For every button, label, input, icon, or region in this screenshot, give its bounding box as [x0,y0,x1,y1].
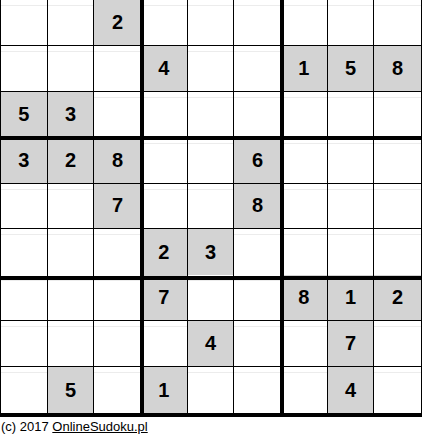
cell-r3c6[interactable] [234,92,281,138]
cell-r8c5: 4 [188,321,235,367]
cell-r6c6[interactable] [234,229,281,275]
cell-r4c4[interactable] [141,138,188,184]
cell-r6c3[interactable] [94,229,141,275]
cell-r9c9[interactable] [374,367,421,413]
copyright-text: (c) 2017 [1,419,52,434]
cell-r1c3: 2 [94,0,141,46]
cell-r4c9[interactable] [374,138,421,184]
cell-r7c6[interactable] [234,275,281,321]
cell-r5c5[interactable] [188,184,235,230]
cell-r7c8: 1 [328,275,375,321]
cell-r1c4[interactable] [141,0,188,46]
cell-r6c4: 2 [141,229,188,275]
cell-r9c5[interactable] [188,367,235,413]
cell-r6c8[interactable] [328,229,375,275]
cell-r3c9[interactable] [374,92,421,138]
cell-r7c3[interactable] [94,275,141,321]
cell-r2c9: 8 [374,46,421,92]
box-divider-horizontal-1 [1,136,421,140]
cell-r4c6: 6 [234,138,281,184]
cell-r2c2[interactable] [48,46,95,92]
cell-r8c3[interactable] [94,321,141,367]
box-divider-vertical-1 [140,0,144,413]
cell-r1c2[interactable] [48,0,95,46]
cell-r8c1[interactable] [1,321,48,367]
cell-r3c3[interactable] [94,92,141,138]
cell-r6c1[interactable] [1,229,48,275]
cell-r7c2[interactable] [48,275,95,321]
cell-r9c4: 1 [141,367,188,413]
copyright-footer: (c) 2017 OnlineSudoku.pl [0,417,422,438]
cell-r9c6[interactable] [234,367,281,413]
cell-r5c4[interactable] [141,184,188,230]
cell-r2c8: 5 [328,46,375,92]
cell-r8c2[interactable] [48,321,95,367]
cell-r1c1[interactable] [1,0,48,46]
cell-r4c5[interactable] [188,138,235,184]
cell-r8c6[interactable] [234,321,281,367]
cell-r7c9: 2 [374,275,421,321]
cell-r7c7: 8 [281,275,328,321]
cell-r2c3[interactable] [94,46,141,92]
cell-r3c4[interactable] [141,92,188,138]
cell-r8c7[interactable] [281,321,328,367]
cell-r4c1: 3 [1,138,48,184]
cell-r1c6[interactable] [234,0,281,46]
cell-r9c7[interactable] [281,367,328,413]
cell-r5c9[interactable] [374,184,421,230]
cell-r5c6: 8 [234,184,281,230]
box-divider-vertical-2 [280,0,284,413]
cell-r6c9[interactable] [374,229,421,275]
box-divider-horizontal-2 [1,276,421,280]
cell-r4c7[interactable] [281,138,328,184]
cell-r4c2: 2 [48,138,95,184]
cell-r6c2[interactable] [48,229,95,275]
cell-r7c1[interactable] [1,275,48,321]
cell-r9c2: 5 [48,367,95,413]
cell-r7c5[interactable] [188,275,235,321]
cell-r8c8: 7 [328,321,375,367]
cell-r8c4[interactable] [141,321,188,367]
cell-r5c7[interactable] [281,184,328,230]
cell-r6c5: 3 [188,229,235,275]
cell-r1c5[interactable] [188,0,235,46]
cell-r1c9[interactable] [374,0,421,46]
cell-r7c4: 7 [141,275,188,321]
cell-r9c1[interactable] [1,367,48,413]
cell-r3c8[interactable] [328,92,375,138]
cell-r2c1[interactable] [1,46,48,92]
cell-r9c3[interactable] [94,367,141,413]
cell-r2c7: 1 [281,46,328,92]
cell-r1c8[interactable] [328,0,375,46]
cell-r5c8[interactable] [328,184,375,230]
cell-r1c7[interactable] [281,0,328,46]
cell-r3c7[interactable] [281,92,328,138]
sudoku-board: 241585332867823781247514 [0,0,422,417]
cell-r2c4: 4 [141,46,188,92]
cell-r3c5[interactable] [188,92,235,138]
onlinesudoku-link[interactable]: OnlineSudoku.pl [52,419,147,434]
cell-r2c5[interactable] [188,46,235,92]
cell-r5c3: 7 [94,184,141,230]
cell-r9c8: 4 [328,367,375,413]
cell-r3c2: 3 [48,92,95,138]
cell-r5c1[interactable] [1,184,48,230]
cell-r4c8[interactable] [328,138,375,184]
cell-r6c7[interactable] [281,229,328,275]
sudoku-board-grid: 241585332867823781247514 [1,0,421,413]
cell-r2c6[interactable] [234,46,281,92]
cell-r5c2[interactable] [48,184,95,230]
cell-r8c9[interactable] [374,321,421,367]
cell-r4c3: 8 [94,138,141,184]
cell-r3c1: 5 [1,92,48,138]
